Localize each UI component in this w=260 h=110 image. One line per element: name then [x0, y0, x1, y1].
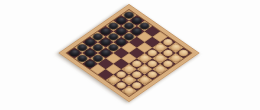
board-grid	[67, 10, 191, 96]
checkers-board-frame	[58, 4, 199, 102]
